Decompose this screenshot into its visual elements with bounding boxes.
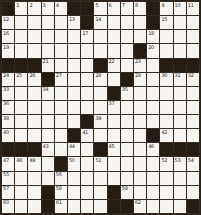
clue-number-36: 36 — [3, 101, 9, 106]
cell-r10c4[interactable] — [42, 129, 54, 142]
cell-r4c15[interactable] — [187, 44, 199, 57]
clue-number-19: 19 — [3, 45, 9, 50]
cell-r12c11[interactable] — [134, 157, 146, 170]
cell-r10c5[interactable] — [55, 129, 67, 142]
cell-r9c11[interactable] — [134, 115, 146, 128]
clue-number-54: 54 — [188, 158, 194, 163]
cell-r8c7[interactable] — [81, 101, 93, 114]
cell-r3c14[interactable] — [174, 30, 186, 43]
clue-number-13: 13 — [69, 17, 75, 22]
clue-number-7: 7 — [122, 3, 125, 8]
clue-number-30: 30 — [161, 73, 167, 78]
cell-r2c10[interactable] — [121, 16, 133, 29]
clue-number-26: 26 — [29, 73, 35, 78]
cell-r11c11[interactable] — [134, 143, 146, 156]
cell-r10c10[interactable] — [121, 129, 133, 142]
cell-r13c9[interactable] — [108, 172, 120, 185]
cell-r2c8[interactable]: 14 — [94, 16, 106, 29]
clue-number-48: 48 — [16, 158, 22, 163]
cell-r13c7[interactable] — [81, 172, 93, 185]
cell-r5c7[interactable] — [81, 59, 93, 72]
clue-number-56: 56 — [56, 172, 62, 177]
cell-r5c6[interactable] — [68, 59, 80, 72]
clue-number-9: 9 — [161, 3, 164, 8]
cell-r15c3[interactable] — [28, 200, 40, 213]
cell-r2c4[interactable] — [42, 16, 54, 29]
cell-r15c11[interactable]: 62 — [134, 200, 146, 213]
clue-number-14: 14 — [95, 17, 101, 22]
cell-r12c10[interactable] — [121, 157, 133, 170]
cell-r1c13[interactable]: 9 — [160, 2, 172, 15]
crossword-grid: 1234567891011121314151617181920212223242… — [0, 0, 201, 215]
black-cell-r5c3 — [28, 59, 40, 72]
cell-r14c7[interactable] — [81, 186, 93, 199]
black-cell-r5c8 — [94, 59, 106, 72]
cell-r4c1[interactable]: 19 — [2, 44, 14, 57]
cell-r4c4[interactable] — [42, 44, 54, 57]
black-cell-r11c2 — [15, 143, 27, 156]
cell-r10c14[interactable] — [174, 129, 186, 142]
clue-number-45: 45 — [109, 144, 115, 149]
black-cell-r1c1 — [2, 2, 14, 15]
cell-r2c13[interactable]: 15 — [160, 16, 172, 29]
cell-r4c3[interactable] — [28, 44, 40, 57]
cell-r7c14[interactable] — [174, 87, 186, 100]
cell-r8c4[interactable] — [42, 101, 54, 114]
cell-r4c12[interactable]: 20 — [147, 44, 159, 57]
cell-r10c1[interactable]: 40 — [2, 129, 14, 142]
cell-r2c6[interactable]: 13 — [68, 16, 80, 29]
cell-r4c6[interactable] — [68, 44, 80, 57]
cell-r13c13[interactable] — [160, 172, 172, 185]
cell-r8c3[interactable] — [28, 101, 40, 114]
cell-r5c12[interactable] — [147, 59, 159, 72]
cell-r10c15[interactable] — [187, 129, 199, 142]
cell-r5c9[interactable]: 22 — [108, 59, 120, 72]
clue-number-61: 61 — [56, 200, 62, 205]
cell-r14c13[interactable] — [160, 186, 172, 199]
black-cell-r5c1 — [2, 59, 14, 72]
clue-number-40: 40 — [3, 130, 9, 135]
cell-r12c9[interactable] — [108, 157, 120, 170]
cell-r1c8[interactable]: 5 — [94, 2, 106, 15]
cell-r13c15[interactable] — [187, 172, 199, 185]
cell-r13c1[interactable]: 55 — [2, 172, 14, 185]
cell-r10c11[interactable] — [134, 129, 146, 142]
clue-number-39: 39 — [95, 116, 101, 121]
black-cell-r11c14 — [174, 143, 186, 156]
cell-r1c4[interactable]: 3 — [42, 2, 54, 15]
cell-r3c4[interactable] — [42, 30, 54, 43]
cell-r8c14[interactable] — [174, 101, 186, 114]
clue-number-50: 50 — [69, 158, 75, 163]
cell-r11c6[interactable]: 44 — [68, 143, 80, 156]
clue-number-59: 59 — [122, 186, 128, 191]
cell-r12c13[interactable]: 52 — [160, 157, 172, 170]
cell-r14c1[interactable]: 57 — [2, 186, 14, 199]
cell-r8c12[interactable] — [147, 101, 159, 114]
black-cell-r1c7 — [81, 2, 93, 15]
cell-r9c13[interactable] — [160, 115, 172, 128]
cell-r11c12[interactable]: 46 — [147, 143, 159, 156]
cell-r6c6[interactable] — [68, 73, 80, 86]
clue-number-42: 42 — [161, 130, 167, 135]
clue-number-31: 31 — [175, 73, 181, 78]
clue-number-29: 29 — [135, 73, 141, 78]
cell-r8c11[interactable] — [134, 101, 146, 114]
cell-r11c7[interactable] — [81, 143, 93, 156]
cell-r1c15[interactable]: 11 — [187, 2, 199, 15]
cell-r9c9[interactable] — [108, 115, 120, 128]
clue-number-32: 32 — [188, 73, 194, 78]
black-cell-r5c13 — [160, 59, 172, 72]
clue-number-49: 49 — [29, 158, 35, 163]
cell-r14c14[interactable] — [174, 186, 186, 199]
cell-r9c3[interactable] — [28, 115, 40, 128]
cell-r6c3[interactable]: 26 — [28, 73, 40, 86]
clue-number-60: 60 — [3, 200, 9, 205]
black-cell-r11c8 — [94, 143, 106, 156]
cell-r9c15[interactable] — [187, 115, 199, 128]
cell-r9c2[interactable] — [15, 115, 27, 128]
cell-r2c9[interactable] — [108, 16, 120, 29]
clue-number-17: 17 — [82, 31, 88, 36]
cell-r7c6[interactable] — [68, 87, 80, 100]
cell-r8c6[interactable] — [68, 101, 80, 114]
black-cell-r15c15 — [187, 200, 199, 213]
cell-r12c2[interactable]: 48 — [15, 157, 27, 170]
cell-r6c1[interactable]: 24 — [2, 73, 14, 86]
cell-r14c11[interactable] — [134, 186, 146, 199]
black-cell-r7c9 — [108, 87, 120, 100]
cell-r6c14[interactable]: 31 — [174, 73, 186, 86]
black-cell-r11c15 — [187, 143, 199, 156]
clue-number-23: 23 — [135, 59, 141, 64]
clue-number-46: 46 — [148, 144, 154, 149]
cell-r4c9[interactable] — [108, 44, 120, 57]
cell-r1c14[interactable]: 10 — [174, 2, 186, 15]
clue-number-10: 10 — [175, 3, 181, 8]
cell-r12c15[interactable]: 54 — [187, 157, 199, 170]
cell-r12c1[interactable]: 47 — [2, 157, 14, 170]
clue-number-20: 20 — [148, 45, 154, 50]
cell-r10c7[interactable]: 41 — [81, 129, 93, 142]
cell-r4c14[interactable] — [174, 44, 186, 57]
black-cell-r5c15 — [187, 59, 199, 72]
clue-number-58: 58 — [56, 186, 62, 191]
cell-r5c10[interactable] — [121, 59, 133, 72]
cell-r7c15[interactable] — [187, 87, 199, 100]
clue-number-43: 43 — [43, 144, 49, 149]
clue-number-22: 22 — [109, 59, 115, 64]
clue-number-5: 5 — [95, 3, 98, 8]
black-cell-r12c5 — [55, 157, 67, 170]
cell-r15c2[interactable] — [15, 200, 27, 213]
black-cell-r14c9 — [108, 186, 120, 199]
cell-r2c1[interactable]: 12 — [2, 16, 14, 29]
clue-number-28: 28 — [95, 73, 101, 78]
cell-r10c13[interactable]: 42 — [160, 129, 172, 142]
black-cell-r9c7 — [81, 115, 93, 128]
cell-r11c10[interactable] — [121, 143, 133, 156]
cell-r15c8[interactable] — [94, 200, 106, 213]
clue-number-12: 12 — [3, 17, 9, 22]
cell-r10c3[interactable] — [28, 129, 40, 142]
cell-r13c11[interactable] — [134, 172, 146, 185]
black-cell-r2c12 — [147, 16, 159, 29]
cell-r12c4[interactable] — [42, 157, 54, 170]
cell-r13c6[interactable] — [68, 172, 80, 185]
cell-r7c5[interactable] — [55, 87, 67, 100]
clue-number-6: 6 — [109, 3, 112, 8]
black-cell-r6c10 — [121, 73, 133, 86]
cell-r14c8[interactable] — [94, 186, 106, 199]
cell-r6c15[interactable]: 32 — [187, 73, 199, 86]
cell-r7c13[interactable] — [160, 87, 172, 100]
cell-r5c11[interactable]: 23 — [134, 59, 146, 72]
cell-r9c14[interactable] — [174, 115, 186, 128]
cell-r1c3[interactable]: 2 — [28, 2, 40, 15]
black-cell-r1c6 — [68, 2, 80, 15]
black-cell-r15c9 — [108, 200, 120, 213]
black-cell-r4c11 — [134, 44, 146, 57]
cell-r13c12[interactable] — [147, 172, 159, 185]
cell-r2c15[interactable] — [187, 16, 199, 29]
cell-r6c12[interactable] — [147, 73, 159, 86]
clue-number-1: 1 — [16, 3, 19, 8]
cell-r7c12[interactable] — [147, 87, 159, 100]
cell-r13c4[interactable] — [42, 172, 54, 185]
cell-r13c2[interactable] — [15, 172, 27, 185]
cell-r3c1[interactable]: 16 — [2, 30, 14, 43]
cell-r3c3[interactable] — [28, 30, 40, 43]
cell-r14c2[interactable] — [15, 186, 27, 199]
cell-r9c4[interactable] — [42, 115, 54, 128]
cell-r14c12[interactable] — [147, 186, 159, 199]
clue-number-18: 18 — [148, 31, 154, 36]
cell-r14c10[interactable]: 59 — [121, 186, 133, 199]
clue-number-44: 44 — [69, 144, 75, 149]
cell-r6c13[interactable]: 30 — [160, 73, 172, 86]
cell-r13c5[interactable]: 56 — [55, 172, 67, 185]
cell-r9c5[interactable] — [55, 115, 67, 128]
black-cell-r6c4 — [42, 73, 54, 86]
black-cell-r14c4 — [42, 186, 54, 199]
cell-r13c3[interactable] — [28, 172, 40, 185]
cell-r12c3[interactable]: 49 — [28, 157, 40, 170]
cell-r10c9[interactable] — [108, 129, 120, 142]
cell-r12c6[interactable]: 50 — [68, 157, 80, 170]
cell-r8c5[interactable] — [55, 101, 67, 114]
cell-r14c6[interactable] — [68, 186, 80, 199]
cell-r12c8[interactable]: 51 — [94, 157, 106, 170]
cell-r4c7[interactable] — [81, 44, 93, 57]
cell-r10c8[interactable] — [94, 129, 106, 142]
cell-r7c2[interactable] — [15, 87, 27, 100]
black-cell-r15c4 — [42, 200, 54, 213]
clue-number-57: 57 — [3, 186, 9, 191]
cell-r4c10[interactable] — [121, 44, 133, 57]
cell-r15c1[interactable]: 60 — [2, 200, 14, 213]
cell-r6c8[interactable]: 28 — [94, 73, 106, 86]
cell-r3c6[interactable] — [68, 30, 80, 43]
cell-r8c8[interactable] — [94, 101, 106, 114]
clue-number-24: 24 — [3, 73, 9, 78]
clue-number-15: 15 — [161, 17, 167, 22]
clue-number-47: 47 — [3, 158, 9, 163]
cell-r6c9[interactable] — [108, 73, 120, 86]
cell-r15c6[interactable] — [68, 200, 80, 213]
cell-r7c7[interactable] — [81, 87, 93, 100]
cell-r12c12[interactable] — [147, 157, 159, 170]
cell-r12c7[interactable] — [81, 157, 93, 170]
cell-r7c8[interactable] — [94, 87, 106, 100]
cell-r1c2[interactable]: 1 — [15, 2, 27, 15]
crossword-puzzle: 1234567891011121314151617181920212223242… — [0, 0, 201, 215]
black-cell-r5c2 — [15, 59, 27, 72]
cell-r15c13[interactable] — [160, 200, 172, 213]
clue-number-25: 25 — [16, 73, 22, 78]
cell-r3c13[interactable] — [160, 30, 172, 43]
clue-number-62: 62 — [135, 200, 141, 205]
cell-r14c15[interactable] — [187, 186, 199, 199]
clue-number-35: 35 — [122, 87, 128, 92]
cell-r1c10[interactable]: 7 — [121, 2, 133, 15]
cell-r11c4[interactable]: 43 — [42, 143, 54, 156]
cell-r3c15[interactable] — [187, 30, 199, 43]
black-cell-r15c10 — [121, 200, 133, 213]
clue-number-16: 16 — [3, 31, 9, 36]
cell-r9c10[interactable] — [121, 115, 133, 128]
cell-r3c9[interactable] — [108, 30, 120, 43]
cell-r13c10[interactable] — [121, 172, 133, 185]
cell-r6c7[interactable] — [81, 73, 93, 86]
cell-r4c5[interactable] — [55, 44, 67, 57]
clue-number-34: 34 — [43, 87, 49, 92]
cell-r3c12[interactable]: 18 — [147, 30, 159, 43]
black-cell-r1c12 — [147, 2, 159, 15]
cell-r15c12[interactable] — [147, 200, 159, 213]
clue-number-3: 3 — [43, 3, 46, 8]
cell-r9c8[interactable]: 39 — [94, 115, 106, 128]
cell-r7c1[interactable]: 33 — [2, 87, 14, 100]
cell-r15c7[interactable] — [81, 200, 93, 213]
clue-number-21: 21 — [43, 59, 49, 64]
clue-number-4: 4 — [56, 3, 59, 8]
cell-r1c9[interactable]: 6 — [108, 2, 120, 15]
cell-r1c11[interactable]: 8 — [134, 2, 146, 15]
clue-number-8: 8 — [135, 3, 138, 8]
cell-r3c11[interactable] — [134, 30, 146, 43]
cell-r8c10[interactable] — [121, 101, 133, 114]
clue-number-55: 55 — [3, 172, 9, 177]
cell-r11c9[interactable]: 45 — [108, 143, 120, 156]
clue-number-38: 38 — [3, 116, 9, 121]
cell-r14c3[interactable] — [28, 186, 40, 199]
clue-number-51: 51 — [95, 158, 101, 163]
cell-r9c12[interactable] — [147, 115, 159, 128]
cell-r3c2[interactable] — [15, 30, 27, 43]
cell-r1c5[interactable]: 4 — [55, 2, 67, 15]
cell-r14c5[interactable]: 58 — [55, 186, 67, 199]
black-cell-r5c14 — [174, 59, 186, 72]
cell-r2c14[interactable] — [174, 16, 186, 29]
cell-r2c3[interactable] — [28, 16, 40, 29]
cell-r7c10[interactable]: 35 — [121, 87, 133, 100]
clue-number-37: 37 — [109, 101, 115, 106]
clue-number-2: 2 — [29, 3, 32, 8]
cell-r8c2[interactable] — [15, 101, 27, 114]
cell-r3c10[interactable] — [121, 30, 133, 43]
cell-r12c14[interactable]: 53 — [174, 157, 186, 170]
cell-r4c2[interactable] — [15, 44, 27, 57]
clue-number-53: 53 — [175, 158, 181, 163]
cell-r13c8[interactable] — [94, 172, 106, 185]
cell-r3c8[interactable] — [94, 30, 106, 43]
black-cell-r10c6 — [68, 129, 80, 142]
clue-number-27: 27 — [56, 73, 62, 78]
cell-r9c1[interactable]: 38 — [2, 115, 14, 128]
cell-r5c5[interactable] — [55, 59, 67, 72]
cell-r2c2[interactable] — [15, 16, 27, 29]
cell-r8c1[interactable]: 36 — [2, 101, 14, 114]
cell-r4c8[interactable] — [94, 44, 106, 57]
cell-r8c9[interactable]: 37 — [108, 101, 120, 114]
cell-r7c3[interactable] — [28, 87, 40, 100]
cell-r7c4[interactable]: 34 — [42, 87, 54, 100]
clue-number-52: 52 — [161, 158, 167, 163]
cell-r6c2[interactable]: 25 — [15, 73, 27, 86]
black-cell-r11c1 — [2, 143, 14, 156]
cell-r6c11[interactable]: 29 — [134, 73, 146, 86]
cell-r7c11[interactable] — [134, 87, 146, 100]
cell-r9c6[interactable] — [68, 115, 80, 128]
black-cell-r11c3 — [28, 143, 40, 156]
cell-r10c2[interactable] — [15, 129, 27, 142]
cell-r3c5[interactable] — [55, 30, 67, 43]
cell-r8c15[interactable] — [187, 101, 199, 114]
cell-r2c5[interactable] — [55, 16, 67, 29]
cell-r15c14[interactable] — [174, 200, 186, 213]
clue-number-41: 41 — [82, 130, 88, 135]
cell-r11c5[interactable] — [55, 143, 67, 156]
black-cell-r11c13 — [160, 143, 172, 156]
clue-number-11: 11 — [188, 3, 194, 8]
cell-r15c5[interactable]: 61 — [55, 200, 67, 213]
cell-r6c5[interactable]: 27 — [55, 73, 67, 86]
black-cell-r2c7 — [81, 16, 93, 29]
clue-number-33: 33 — [3, 87, 9, 92]
cell-r8c13[interactable] — [160, 101, 172, 114]
cell-r4c13[interactable] — [160, 44, 172, 57]
cell-r2c11[interactable] — [134, 16, 146, 29]
cell-r5c4[interactable]: 21 — [42, 59, 54, 72]
black-cell-r10c12 — [147, 129, 159, 142]
cell-r3c7[interactable]: 17 — [81, 30, 93, 43]
cell-r13c14[interactable] — [174, 172, 186, 185]
